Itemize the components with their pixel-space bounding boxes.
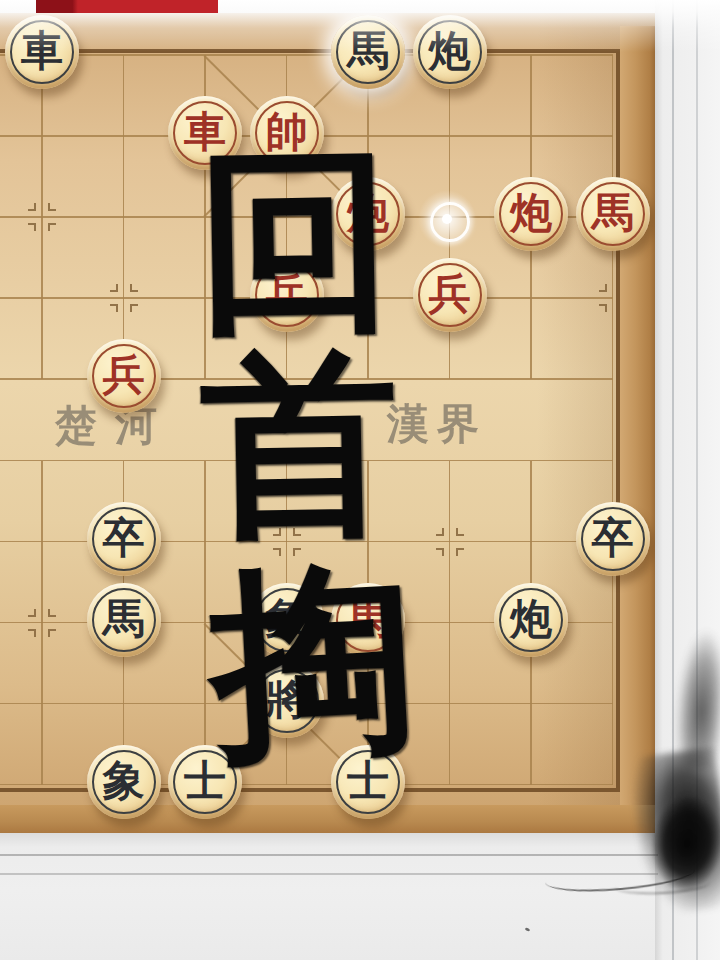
piece-glyph: 炮: [510, 192, 552, 234]
grid-col-7-bottom: [449, 461, 451, 785]
red-banner-fragment[interactable]: [36, 0, 218, 13]
point-marker: [456, 528, 464, 536]
point-marker: [28, 203, 36, 211]
piece-glyph: 車: [21, 30, 63, 72]
margin-hairline-1: [672, 0, 674, 960]
point-marker: [110, 284, 118, 292]
table-edge-line-2: [0, 873, 658, 875]
piece-glyph: 兵: [103, 354, 145, 396]
point-marker: [48, 629, 56, 637]
piece-black-soldier-1[interactable]: 卒: [87, 502, 161, 576]
piece-black-chariot-1[interactable]: 車: [5, 15, 79, 89]
margin-hairline-2: [696, 0, 698, 960]
calligraphy-char-2: 首: [199, 343, 400, 544]
point-marker: [436, 548, 444, 556]
piece-black-cannon-1[interactable]: 炮: [413, 15, 487, 89]
piece-black-horse-1[interactable]: 馬: [331, 15, 405, 89]
grid-col-2-bottom: [41, 461, 43, 785]
point-marker: [28, 223, 36, 231]
board-wood-right-edge: [620, 26, 655, 846]
piece-glyph: 卒: [592, 517, 634, 559]
piece-black-elephant-2[interactable]: 象: [87, 745, 161, 819]
point-marker: [599, 304, 607, 312]
piece-glyph: 炮: [510, 598, 552, 640]
piece-glyph: 炮: [429, 30, 471, 72]
piece-glyph: 象: [103, 760, 145, 802]
bottom-margin: [0, 833, 655, 960]
piece-glyph: 卒: [103, 517, 145, 559]
point-marker: [436, 528, 444, 536]
point-marker: [48, 609, 56, 617]
right-margin: [655, 0, 720, 960]
piece-red-cannon-2[interactable]: 炮: [494, 177, 568, 251]
piece-red-horse-1[interactable]: 馬: [576, 177, 650, 251]
point-marker: [28, 629, 36, 637]
xiangqi-app-screen: 楚河 漢界 車馬炮車帥炮炮馬兵兵兵卒卒馬象馬炮將象士士 回首掏: [0, 0, 720, 960]
piece-black-horse-2[interactable]: 馬: [87, 583, 161, 657]
point-marker: [130, 304, 138, 312]
point-marker: [130, 284, 138, 292]
piece-black-cannon-2[interactable]: 炮: [494, 583, 568, 657]
point-marker: [48, 203, 56, 211]
grid-col-2-top: [41, 55, 43, 379]
river-label-han-jie: 漢界: [387, 396, 487, 452]
piece-glyph: 馬: [592, 192, 634, 234]
point-marker: [48, 223, 56, 231]
piece-glyph: 馬: [347, 30, 389, 72]
piece-red-soldier-2[interactable]: 兵: [413, 258, 487, 332]
calligraphy-char-1: 回: [195, 140, 394, 339]
piece-glyph: 馬: [103, 598, 145, 640]
grid-row-1: [0, 54, 613, 56]
grid-col-3-top: [123, 55, 125, 379]
point-marker: [456, 548, 464, 556]
point-marker: [110, 304, 118, 312]
piece-red-soldier-3[interactable]: 兵: [87, 339, 161, 413]
grid-col-9: [612, 55, 614, 785]
table-edge-line-1: [0, 854, 658, 856]
point-marker: [599, 284, 607, 292]
calligraphy-char-3: 掏: [206, 553, 420, 767]
point-marker: [28, 609, 36, 617]
piece-black-soldier-2[interactable]: 卒: [576, 502, 650, 576]
piece-glyph: 兵: [429, 273, 471, 315]
